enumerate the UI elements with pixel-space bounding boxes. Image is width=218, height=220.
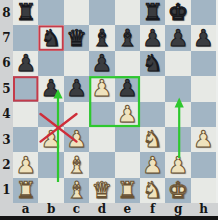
square-h6[interactable]: [191, 51, 216, 76]
square-f2[interactable]: ♟: [140, 152, 165, 177]
square-a5[interactable]: [13, 76, 38, 101]
square-a8[interactable]: ♜: [13, 0, 38, 25]
square-a1[interactable]: ♜: [13, 178, 38, 203]
square-e7[interactable]: ♝: [115, 25, 140, 50]
square-b6[interactable]: [38, 51, 63, 76]
rank-label-7: 7: [0, 25, 13, 50]
square-f3[interactable]: ♞: [140, 127, 165, 152]
square-c6[interactable]: [64, 51, 89, 76]
square-h4[interactable]: [191, 102, 216, 127]
square-b1[interactable]: [38, 178, 63, 203]
square-f6[interactable]: ♞: [140, 51, 165, 76]
square-f7[interactable]: ♟: [140, 25, 165, 50]
square-a3[interactable]: [13, 127, 38, 152]
square-a6[interactable]: ♟: [13, 51, 38, 76]
square-a2[interactable]: ♟: [13, 152, 38, 177]
rank-label-2: 2: [0, 152, 13, 177]
chess-position-screenshot: 87654321 ♜♜♚♞♛♝♝♟♟♟♟♟♞♟♟♟♟♟♟♟♞♟♟♝♟♟♜♝♛♜♞…: [0, 0, 218, 220]
piece-white-pawn-a2: ♟: [15, 153, 36, 176]
file-label-b: b: [38, 202, 63, 216]
rank-label-4: 4: [0, 102, 13, 127]
square-h7[interactable]: ♟: [191, 25, 216, 50]
screen-bottom-edge: [0, 216, 218, 220]
file-label-g: g: [165, 202, 190, 216]
rank-labels: 87654321: [0, 0, 13, 203]
piece-white-king-g1: ♚: [168, 178, 189, 201]
square-d1[interactable]: ♛: [89, 178, 114, 203]
square-c2[interactable]: ♝: [64, 152, 89, 177]
square-c7[interactable]: ♛: [64, 25, 89, 50]
square-d8[interactable]: [89, 0, 114, 25]
square-d2[interactable]: [89, 152, 114, 177]
piece-black-rook-a8: ♜: [15, 1, 36, 24]
square-h3[interactable]: ♟: [191, 127, 216, 152]
piece-white-pawn-g2: ♟: [168, 153, 189, 176]
square-h2[interactable]: [191, 152, 216, 177]
square-d4[interactable]: [89, 102, 114, 127]
piece-white-pawn-f2: ♟: [142, 153, 163, 176]
piece-white-queen-d1: ♛: [92, 178, 113, 201]
square-b7[interactable]: ♞: [38, 25, 63, 50]
square-b2[interactable]: [38, 152, 63, 177]
rank-label-8: 8: [0, 0, 13, 25]
square-b4[interactable]: [38, 102, 63, 127]
piece-white-bishop-c2: ♝: [66, 153, 87, 176]
square-c1[interactable]: ♝: [64, 178, 89, 203]
square-b8[interactable]: [38, 0, 63, 25]
piece-white-bishop-c1: ♝: [66, 178, 87, 201]
square-c8[interactable]: [64, 0, 89, 25]
square-g3[interactable]: [165, 127, 190, 152]
piece-black-pawn-e5: ♟: [117, 77, 138, 100]
square-g5[interactable]: [165, 76, 190, 101]
square-h8[interactable]: [191, 0, 216, 25]
file-label-a: a: [13, 202, 38, 216]
square-e5[interactable]: ♟: [115, 76, 140, 101]
file-label-e: e: [115, 202, 140, 216]
piece-black-pawn-a6: ♟: [15, 51, 36, 74]
piece-white-pawn-e4: ♟: [117, 102, 138, 125]
square-d3[interactable]: [89, 127, 114, 152]
square-f4[interactable]: [140, 102, 165, 127]
square-a4[interactable]: [13, 102, 38, 127]
piece-black-pawn-f7: ♟: [142, 26, 163, 49]
square-c3[interactable]: ♟: [64, 127, 89, 152]
piece-white-knight-f1: ♞: [142, 178, 163, 201]
square-a7[interactable]: [13, 25, 38, 50]
square-g7[interactable]: ♟: [165, 25, 190, 50]
file-label-f: f: [140, 202, 165, 216]
file-label-h: h: [191, 202, 216, 216]
square-c4[interactable]: [64, 102, 89, 127]
rank-label-5: 5: [0, 76, 13, 101]
piece-black-pawn-c5: ♟: [66, 77, 87, 100]
square-g8[interactable]: ♚: [165, 0, 190, 25]
square-e3[interactable]: [115, 127, 140, 152]
square-e8[interactable]: [115, 0, 140, 25]
square-e1[interactable]: ♜: [115, 178, 140, 203]
piece-black-bishop-e7: ♝: [117, 26, 138, 49]
piece-black-king-g8: ♚: [168, 1, 189, 24]
piece-white-pawn-d5: ♟: [92, 77, 113, 100]
square-g6[interactable]: [165, 51, 190, 76]
square-b3[interactable]: ♟: [38, 127, 63, 152]
piece-black-rook-f8: ♜: [142, 1, 163, 24]
square-g2[interactable]: ♟: [165, 152, 190, 177]
piece-white-knight-f3: ♞: [142, 128, 163, 151]
piece-black-pawn-h7: ♟: [193, 26, 214, 49]
piece-black-queen-c7: ♛: [66, 26, 87, 49]
square-f5[interactable]: [140, 76, 165, 101]
rank-label-1: 1: [0, 178, 13, 203]
piece-black-pawn-g7: ♟: [168, 26, 189, 49]
square-e6[interactable]: [115, 51, 140, 76]
piece-white-rook-a1: ♜: [15, 178, 36, 201]
square-d5[interactable]: ♟: [89, 76, 114, 101]
rank-label-6: 6: [0, 51, 13, 76]
square-e2[interactable]: [115, 152, 140, 177]
board-right-edge: [216, 0, 218, 203]
square-f8[interactable]: ♜: [140, 0, 165, 25]
square-e4[interactable]: ♟: [115, 102, 140, 127]
chess-board: ♜♜♚♞♛♝♝♟♟♟♟♟♞♟♟♟♟♟♟♟♞♟♟♝♟♟♜♝♛♜♞♚: [13, 0, 216, 203]
square-g1[interactable]: ♚: [165, 178, 190, 203]
square-d6[interactable]: ♟: [89, 51, 114, 76]
piece-white-pawn-c3: ♟: [66, 128, 87, 151]
square-d7[interactable]: ♝: [89, 25, 114, 50]
file-label-c: c: [64, 202, 89, 216]
piece-white-rook-e1: ♜: [117, 178, 138, 201]
piece-black-knight-f6: ♞: [142, 51, 163, 74]
square-h1[interactable]: [191, 178, 216, 203]
piece-black-bishop-d7: ♝: [92, 26, 113, 49]
file-labels: abcdefgh: [13, 202, 217, 216]
piece-white-pawn-h3: ♟: [193, 128, 214, 151]
square-b5[interactable]: ♟: [38, 76, 63, 101]
piece-black-pawn-d6: ♟: [92, 51, 113, 74]
file-label-d: d: [89, 202, 114, 216]
piece-black-pawn-b5: ♟: [41, 77, 62, 100]
square-g4[interactable]: [165, 102, 190, 127]
square-h5[interactable]: [191, 76, 216, 101]
piece-black-knight-b7: ♞: [41, 26, 62, 49]
square-c5[interactable]: ♟: [64, 76, 89, 101]
rank-label-3: 3: [0, 127, 13, 152]
square-f1[interactable]: ♞: [140, 178, 165, 203]
piece-white-pawn-b3: ♟: [41, 128, 62, 151]
